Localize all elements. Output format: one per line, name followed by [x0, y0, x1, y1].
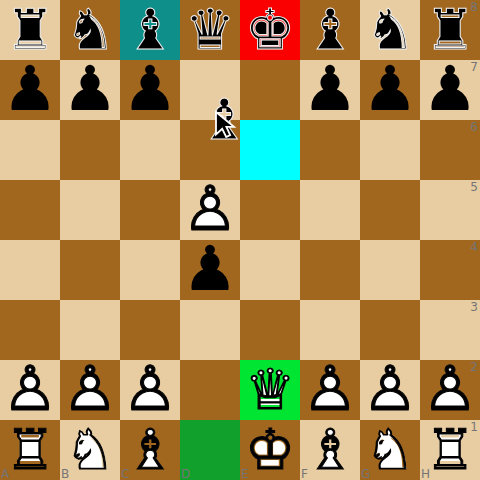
white-king[interactable]: ♚♔	[240, 420, 300, 480]
white-pawn-outline-glyph: ♙	[60, 360, 120, 420]
square-c1[interactable]: ♝♗C	[120, 420, 180, 480]
square-g6[interactable]	[360, 120, 420, 180]
square-e3[interactable]	[240, 300, 300, 360]
rank-label-8: 8	[470, 0, 478, 14]
black-pawn[interactable]: ♟	[0, 60, 60, 120]
square-d3[interactable]	[180, 300, 240, 360]
file-label-g: G	[361, 467, 370, 480]
square-a7[interactable]: ♟	[0, 60, 60, 120]
square-d8[interactable]: ♛	[180, 0, 240, 60]
black-pawn[interactable]: ♟	[180, 240, 240, 300]
chess-board: ♜♞♝♛♚♝♞♜8♟♟♟♟♟♟76♟♙5♟43♟♙♟♙♟♙♛♕♟♙♟♙♟♙2♜♖…	[0, 0, 480, 480]
white-pawn[interactable]: ♟♙	[360, 360, 420, 420]
square-c7[interactable]: ♟	[120, 60, 180, 120]
file-label-h: H	[421, 467, 430, 480]
white-pawn-outline-glyph: ♙	[180, 180, 240, 240]
black-knight[interactable]: ♞	[360, 0, 420, 60]
black-pawn[interactable]: ♟	[60, 60, 120, 120]
square-b2[interactable]: ♟♙	[60, 360, 120, 420]
white-pawn-outline-glyph: ♙	[0, 360, 60, 420]
black-rook[interactable]: ♜	[0, 0, 60, 60]
square-a5[interactable]	[0, 180, 60, 240]
square-g1[interactable]: ♞♘G	[360, 420, 420, 480]
square-e5[interactable]	[240, 180, 300, 240]
square-f3[interactable]	[300, 300, 360, 360]
square-h3[interactable]: 3	[420, 300, 480, 360]
square-h7[interactable]: ♟7	[420, 60, 480, 120]
square-h5[interactable]: 5	[420, 180, 480, 240]
white-queen[interactable]: ♛♕	[240, 360, 300, 420]
black-pawn[interactable]: ♟	[300, 60, 360, 120]
square-b6[interactable]	[60, 120, 120, 180]
square-c5[interactable]	[120, 180, 180, 240]
rank-label-2: 2	[470, 360, 478, 374]
square-c3[interactable]	[120, 300, 180, 360]
white-king-outline-glyph: ♔	[240, 420, 300, 480]
file-label-d: D	[181, 467, 190, 480]
white-bishop-outline-glyph: ♗	[300, 420, 360, 480]
square-h1[interactable]: ♜♖1H	[420, 420, 480, 480]
square-e4[interactable]	[240, 240, 300, 300]
square-g8[interactable]: ♞	[360, 0, 420, 60]
rank-label-1: 1	[470, 420, 478, 434]
square-d4[interactable]: ♟	[180, 240, 240, 300]
black-king[interactable]: ♚	[240, 0, 300, 60]
square-h4[interactable]: 4	[420, 240, 480, 300]
white-queen-outline-glyph: ♕	[240, 360, 300, 420]
square-f4[interactable]	[300, 240, 360, 300]
square-f2[interactable]: ♟♙	[300, 360, 360, 420]
white-pawn[interactable]: ♟♙	[300, 360, 360, 420]
square-e1[interactable]: ♚♔E	[240, 420, 300, 480]
black-bishop[interactable]: ♝	[120, 0, 180, 60]
black-bishop[interactable]: ♝	[300, 0, 360, 60]
square-f7[interactable]: ♟	[300, 60, 360, 120]
square-f5[interactable]	[300, 180, 360, 240]
square-c4[interactable]	[120, 240, 180, 300]
white-pawn[interactable]: ♟♙	[180, 180, 240, 240]
white-pawn-outline-glyph: ♙	[300, 360, 360, 420]
file-label-c: C	[121, 467, 129, 480]
square-b8[interactable]: ♞	[60, 0, 120, 60]
mouse-cursor-icon	[214, 110, 238, 140]
rank-label-7: 7	[470, 60, 478, 74]
square-b4[interactable]	[60, 240, 120, 300]
square-c2[interactable]: ♟♙	[120, 360, 180, 420]
square-a8[interactable]: ♜	[0, 0, 60, 60]
rank-label-5: 5	[470, 180, 478, 194]
square-f1[interactable]: ♝♗F	[300, 420, 360, 480]
square-g7[interactable]: ♟	[360, 60, 420, 120]
black-pawn[interactable]: ♟	[120, 60, 180, 120]
black-knight[interactable]: ♞	[60, 0, 120, 60]
square-h2[interactable]: ♟♙2	[420, 360, 480, 420]
square-c8[interactable]: ♝	[120, 0, 180, 60]
white-bishop[interactable]: ♝♗	[300, 420, 360, 480]
square-b5[interactable]	[60, 180, 120, 240]
black-pawn[interactable]: ♟	[360, 60, 420, 120]
square-f6[interactable]	[300, 120, 360, 180]
square-d2[interactable]	[180, 360, 240, 420]
square-a3[interactable]	[0, 300, 60, 360]
square-a1[interactable]: ♜♖A	[0, 420, 60, 480]
square-h8[interactable]: ♜8	[420, 0, 480, 60]
square-d1[interactable]: D	[180, 420, 240, 480]
file-label-b: B	[61, 467, 69, 480]
rank-label-6: 6	[470, 120, 478, 134]
white-pawn-outline-glyph: ♙	[120, 360, 180, 420]
square-b3[interactable]	[60, 300, 120, 360]
square-e2[interactable]: ♛♕	[240, 360, 300, 420]
file-label-f: F	[301, 467, 308, 480]
white-pawn[interactable]: ♟♙	[0, 360, 60, 420]
black-queen[interactable]: ♛	[180, 0, 240, 60]
square-f8[interactable]: ♝	[300, 0, 360, 60]
file-label-a: A	[1, 467, 9, 480]
white-pawn[interactable]: ♟♙	[60, 360, 120, 420]
square-h6[interactable]: 6	[420, 120, 480, 180]
square-g3[interactable]	[360, 300, 420, 360]
rank-label-3: 3	[470, 300, 478, 314]
square-a2[interactable]: ♟♙	[0, 360, 60, 420]
rank-label-4: 4	[470, 240, 478, 254]
square-b1[interactable]: ♞♘B	[60, 420, 120, 480]
square-g2[interactable]: ♟♙	[360, 360, 420, 420]
square-a4[interactable]	[0, 240, 60, 300]
white-pawn-outline-glyph: ♙	[360, 360, 420, 420]
file-label-e: E	[241, 467, 249, 480]
square-c6[interactable]	[120, 120, 180, 180]
square-d5[interactable]: ♟♙	[180, 180, 240, 240]
square-e8[interactable]: ♚	[240, 0, 300, 60]
square-g5[interactable]	[360, 180, 420, 240]
white-pawn[interactable]: ♟♙	[120, 360, 180, 420]
square-b7[interactable]: ♟	[60, 60, 120, 120]
square-a6[interactable]	[0, 120, 60, 180]
square-g4[interactable]	[360, 240, 420, 300]
